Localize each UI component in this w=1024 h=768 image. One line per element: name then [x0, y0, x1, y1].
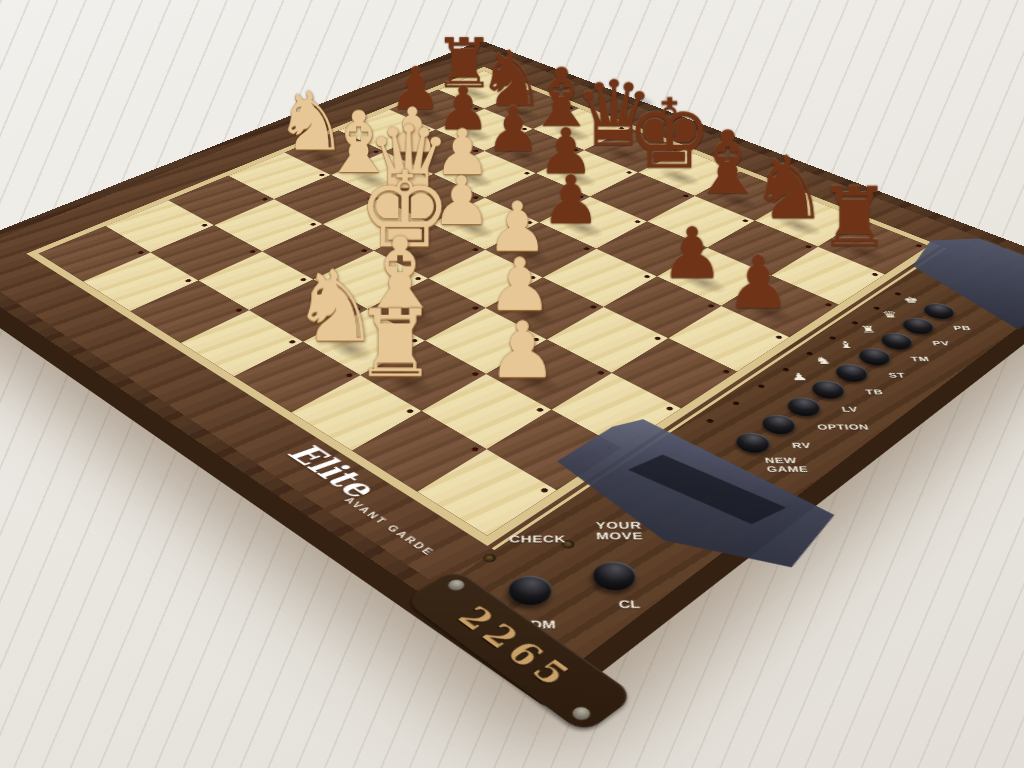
board-frame: ♚PB♛PV♜TM♝ST♞TB♟LVOPTIONRVNEW GAME YOUR …	[0, 47, 1024, 661]
square-sensor-led	[472, 196, 479, 199]
square-sensor-led	[345, 373, 354, 378]
square-b5[interactable]	[331, 152, 434, 199]
piece-black-queen[interactable]: ♛	[584, 128, 683, 172]
square-sensor-led	[849, 218, 856, 221]
black-bishop-glyph: ♝	[688, 119, 766, 206]
square-a8[interactable]	[438, 71, 531, 109]
square-sensor-led	[137, 251, 145, 255]
square-sensor-led	[915, 244, 922, 248]
square-sensor-led	[722, 369, 730, 374]
piece-black-king[interactable]: ♚	[638, 149, 740, 196]
square-a2[interactable]	[105, 200, 214, 252]
board-scene: ♚PB♛PV♜TM♝ST♞TB♟LVOPTIONRVNEW GAME YOUR …	[0, 0, 1024, 768]
black-knight-glyph: ♞	[750, 144, 829, 232]
square-sensor-led	[472, 248, 480, 252]
square-a6[interactable]	[338, 110, 435, 152]
piece-black-pawn[interactable]: ♟	[436, 109, 533, 151]
square-sensor-led	[367, 197, 374, 200]
black-pawn-glyph: ♟	[541, 167, 601, 234]
square-sensor-led	[201, 224, 208, 228]
chess-computer-board: ♚PB♛PV♜TM♝ST♞TB♟LVOPTIONRVNEW GAME YOUR …	[0, 40, 1024, 682]
black-pawn-glyph: ♟	[486, 99, 541, 161]
square-sensor-led	[634, 220, 641, 224]
square-g8[interactable]	[755, 195, 863, 247]
rook-symbol-icon: ♜	[859, 325, 882, 334]
black-rook-glyph: ♜	[818, 177, 891, 259]
piece-white-pawn[interactable]: ♟	[433, 151, 535, 198]
square-sensor-led	[519, 88, 525, 91]
square-sensor-led	[572, 149, 579, 152]
piece-white-knight[interactable]: ♞	[285, 130, 385, 174]
white-pawn-glyph: ♟	[488, 311, 558, 389]
square-sensor-led	[318, 173, 325, 176]
square-sensor-led	[373, 150, 380, 153]
black-pawn-glyph: ♟	[538, 120, 595, 183]
white-pawn-glyph: ♟	[434, 121, 491, 184]
piece-black-bishop[interactable]: ♝	[533, 108, 630, 150]
square-sensor-led	[665, 406, 674, 411]
white-bishop-glyph: ♝	[320, 100, 396, 185]
black-pawn-glyph: ♟	[660, 218, 723, 289]
square-e6[interactable]	[539, 197, 647, 249]
square-sensor-led	[249, 250, 257, 254]
black-queen-glyph: ♛	[573, 69, 654, 160]
square-sensor-led	[523, 172, 530, 175]
black-king-glyph: ♚	[626, 86, 713, 183]
square-sensor-led	[424, 128, 431, 131]
piece-white-bishop[interactable]: ♝	[331, 152, 434, 199]
square-sensor-led	[261, 198, 268, 201]
square-c6[interactable]	[433, 151, 535, 198]
square-a7[interactable]	[389, 90, 484, 130]
white-rook-glyph: ♜	[353, 298, 436, 391]
square-sensor-led	[871, 273, 879, 277]
fn-led	[851, 321, 859, 325]
piece-black-pawn[interactable]: ♟	[536, 150, 638, 197]
square-sensor-led	[577, 195, 584, 198]
square-d7[interactable]	[536, 150, 638, 197]
square-b7[interactable]	[436, 109, 533, 151]
piece-black-pawn[interactable]: ♟	[485, 129, 585, 173]
square-sensor-led	[618, 127, 625, 130]
square-d6[interactable]	[485, 173, 590, 222]
square-sensor-led	[309, 223, 316, 227]
piece-black-pawn[interactable]: ♟	[539, 197, 647, 249]
fn-label: TB	[865, 389, 924, 396]
fn-label: LV	[841, 406, 900, 414]
scene: ♚PB♛PV♜TM♝ST♞TB♟LVOPTIONRVNEW GAME YOUR …	[0, 0, 1024, 768]
piece-black-knight[interactable]: ♞	[755, 195, 863, 247]
white-queen-glyph: ♛	[366, 113, 452, 209]
square-sensor-led	[805, 245, 812, 249]
square-sensor-led	[526, 221, 533, 225]
cl-label: CL	[618, 598, 640, 610]
white-pawn-glyph: ♟	[385, 99, 440, 161]
square-a3[interactable]	[168, 176, 274, 225]
piece-black-pawn[interactable]: ♟	[389, 90, 484, 130]
square-sensor-led	[421, 173, 428, 176]
playfield-8x8	[26, 67, 940, 546]
square-sensor-led	[540, 487, 549, 493]
square-sensor-led	[742, 219, 749, 222]
square-sensor-led	[472, 150, 479, 153]
square-sensor-led	[568, 107, 574, 110]
fn-led	[706, 418, 715, 423]
square-sensor-led	[787, 193, 794, 196]
black-pawn-glyph: ♟	[436, 79, 490, 139]
square-sensor-led	[235, 308, 243, 312]
square-b3[interactable]	[214, 199, 323, 251]
square-sensor-led	[470, 447, 479, 452]
square-a4[interactable]	[228, 152, 331, 199]
square-e8[interactable]	[638, 149, 740, 196]
square-sensor-led	[583, 247, 591, 251]
fn-label: PV	[932, 340, 989, 347]
square-sensor-led	[406, 409, 415, 414]
square-sensor-led	[473, 108, 479, 111]
square-sensor-led	[707, 304, 715, 308]
square-sensor-led	[682, 194, 689, 197]
black-rook-glyph: ♜	[433, 30, 494, 98]
square-sensor-led	[654, 336, 662, 340]
square-a5[interactable]	[285, 130, 385, 174]
black-pawn-glyph: ♟	[726, 246, 791, 319]
square-c8[interactable]	[533, 108, 630, 150]
screw-icon	[569, 705, 594, 723]
piece-black-rook[interactable]: ♜	[438, 71, 531, 109]
piece-black-knight[interactable]: ♞	[484, 89, 579, 129]
white-knight-glyph: ♞	[275, 81, 348, 162]
square-sensor-led	[672, 148, 679, 151]
black-pawn-glyph: ♟	[389, 59, 442, 118]
square-c7[interactable]	[485, 129, 585, 173]
square-b8[interactable]	[484, 89, 579, 129]
square-sensor-led	[643, 275, 651, 279]
square-sensor-led	[728, 170, 735, 173]
black-bishop-glyph: ♝	[525, 57, 597, 138]
square-sensor-led	[536, 407, 545, 412]
square-sensor-led	[775, 335, 783, 339]
square-b6[interactable]	[385, 130, 485, 174]
square-sensor-led	[521, 128, 528, 131]
square-sensor-led	[184, 279, 192, 283]
fn-label: RV	[791, 442, 852, 450]
square-sensor-led	[626, 171, 633, 174]
piece-white-pawn[interactable]: ♟	[385, 130, 485, 174]
square-d8[interactable]	[584, 128, 683, 172]
fn-led	[757, 384, 766, 389]
fn-led	[782, 367, 790, 372]
fn-label: NEW GAME	[765, 457, 829, 474]
black-knight-glyph: ♞	[477, 40, 546, 117]
